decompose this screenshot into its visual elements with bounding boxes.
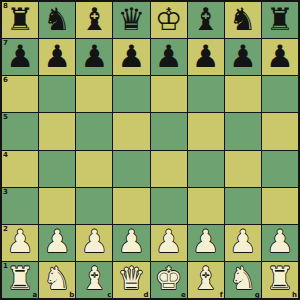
square-d8[interactable]: ♛ bbox=[113, 2, 149, 38]
square-a5[interactable]: 5 bbox=[2, 113, 38, 149]
piece-white-pawn: ♟ bbox=[155, 226, 183, 257]
piece-black-pawn: ♟ bbox=[155, 41, 183, 72]
piece-black-rook: ♜ bbox=[6, 4, 34, 35]
square-d2[interactable]: ♟ bbox=[113, 225, 149, 261]
square-a7[interactable]: 7♟ bbox=[2, 39, 38, 75]
piece-black-knight: ♞ bbox=[229, 4, 257, 35]
piece-white-bishop: ♝ bbox=[80, 263, 108, 294]
rank-label-6: 6 bbox=[3, 76, 8, 84]
piece-black-knight: ♞ bbox=[43, 4, 71, 35]
square-c4[interactable] bbox=[76, 151, 112, 187]
square-g8[interactable]: ♞ bbox=[225, 2, 261, 38]
piece-black-pawn: ♟ bbox=[229, 41, 257, 72]
piece-white-pawn: ♟ bbox=[192, 226, 220, 257]
square-h4[interactable] bbox=[262, 151, 298, 187]
square-a3[interactable]: 3 bbox=[2, 188, 38, 224]
piece-white-knight: ♞ bbox=[43, 263, 71, 294]
piece-white-king: ♚ bbox=[155, 263, 183, 294]
square-e6[interactable] bbox=[151, 76, 187, 112]
rank-label-3: 3 bbox=[3, 188, 8, 196]
piece-black-queen: ♛ bbox=[118, 4, 146, 35]
square-e4[interactable] bbox=[151, 151, 187, 187]
piece-black-king: ♔ bbox=[155, 4, 183, 35]
square-d6[interactable] bbox=[113, 76, 149, 112]
piece-black-rook: ♜ bbox=[266, 4, 294, 35]
square-f3[interactable] bbox=[188, 188, 224, 224]
piece-black-pawn: ♟ bbox=[192, 41, 220, 72]
square-f8[interactable]: ♝ bbox=[188, 2, 224, 38]
square-g6[interactable] bbox=[225, 76, 261, 112]
square-h2[interactable]: ♟ bbox=[262, 225, 298, 261]
square-a1[interactable]: 1a♜ bbox=[2, 262, 38, 298]
square-b7[interactable]: ♟ bbox=[39, 39, 75, 75]
square-c3[interactable] bbox=[76, 188, 112, 224]
piece-black-pawn: ♟ bbox=[266, 41, 294, 72]
square-g3[interactable] bbox=[225, 188, 261, 224]
square-c7[interactable]: ♟ bbox=[76, 39, 112, 75]
piece-white-pawn: ♟ bbox=[43, 226, 71, 257]
square-e7[interactable]: ♟ bbox=[151, 39, 187, 75]
piece-white-queen: ♛ bbox=[118, 263, 146, 294]
rank-label-4: 4 bbox=[3, 151, 8, 159]
square-h7[interactable]: ♟ bbox=[262, 39, 298, 75]
square-g7[interactable]: ♟ bbox=[225, 39, 261, 75]
square-e8[interactable]: ♔ bbox=[151, 2, 187, 38]
square-d4[interactable] bbox=[113, 151, 149, 187]
square-h6[interactable] bbox=[262, 76, 298, 112]
square-d7[interactable]: ♟ bbox=[113, 39, 149, 75]
rank-label-5: 5 bbox=[3, 113, 8, 121]
square-c6[interactable] bbox=[76, 76, 112, 112]
square-d3[interactable] bbox=[113, 188, 149, 224]
square-d5[interactable] bbox=[113, 113, 149, 149]
square-b5[interactable] bbox=[39, 113, 75, 149]
piece-white-rook: ♜ bbox=[6, 263, 34, 294]
square-b2[interactable]: ♟ bbox=[39, 225, 75, 261]
square-f2[interactable]: ♟ bbox=[188, 225, 224, 261]
piece-white-rook: ♜ bbox=[266, 263, 294, 294]
square-b6[interactable] bbox=[39, 76, 75, 112]
square-f7[interactable]: ♟ bbox=[188, 39, 224, 75]
square-a8[interactable]: 8♜ bbox=[2, 2, 38, 38]
square-g2[interactable]: ♟ bbox=[225, 225, 261, 261]
file-label-f: f bbox=[220, 291, 223, 298]
piece-black-pawn: ♟ bbox=[80, 41, 108, 72]
square-f1[interactable]: f♝ bbox=[188, 262, 224, 298]
square-h3[interactable] bbox=[262, 188, 298, 224]
square-a6[interactable]: 6 bbox=[2, 76, 38, 112]
square-h8[interactable]: ♜ bbox=[262, 2, 298, 38]
square-b1[interactable]: b♞ bbox=[39, 262, 75, 298]
square-e5[interactable] bbox=[151, 113, 187, 149]
piece-black-pawn: ♟ bbox=[118, 41, 146, 72]
square-g5[interactable] bbox=[225, 113, 261, 149]
piece-black-bishop: ♝ bbox=[192, 4, 220, 35]
piece-white-pawn: ♟ bbox=[229, 226, 257, 257]
square-f4[interactable] bbox=[188, 151, 224, 187]
square-e2[interactable]: ♟ bbox=[151, 225, 187, 261]
piece-white-pawn: ♟ bbox=[118, 226, 146, 257]
square-e3[interactable] bbox=[151, 188, 187, 224]
square-h1[interactable]: h♜ bbox=[262, 262, 298, 298]
square-c1[interactable]: c♝ bbox=[76, 262, 112, 298]
square-f6[interactable] bbox=[188, 76, 224, 112]
square-b4[interactable] bbox=[39, 151, 75, 187]
piece-black-bishop: ♝ bbox=[80, 4, 108, 35]
square-a2[interactable]: 2♟ bbox=[2, 225, 38, 261]
piece-white-knight: ♞ bbox=[229, 263, 257, 294]
square-b3[interactable] bbox=[39, 188, 75, 224]
chess-board: 8♜♞♝♛♔♝♞♜7♟♟♟♟♟♟♟♟65432♟♟♟♟♟♟♟♟1a♜b♞c♝d♛… bbox=[0, 0, 300, 300]
square-c8[interactable]: ♝ bbox=[76, 2, 112, 38]
square-c2[interactable]: ♟ bbox=[76, 225, 112, 261]
square-c5[interactable] bbox=[76, 113, 112, 149]
square-e1[interactable]: e♚ bbox=[151, 262, 187, 298]
square-g4[interactable] bbox=[225, 151, 261, 187]
square-a4[interactable]: 4 bbox=[2, 151, 38, 187]
piece-white-pawn: ♟ bbox=[6, 226, 34, 257]
piece-white-pawn: ♟ bbox=[266, 226, 294, 257]
square-g1[interactable]: g♞ bbox=[225, 262, 261, 298]
piece-black-pawn: ♟ bbox=[6, 41, 34, 72]
square-b8[interactable]: ♞ bbox=[39, 2, 75, 38]
square-h5[interactable] bbox=[262, 113, 298, 149]
piece-white-bishop: ♝ bbox=[192, 263, 220, 294]
square-d1[interactable]: d♛ bbox=[113, 262, 149, 298]
piece-white-pawn: ♟ bbox=[80, 226, 108, 257]
square-f5[interactable] bbox=[188, 113, 224, 149]
piece-black-pawn: ♟ bbox=[43, 41, 71, 72]
